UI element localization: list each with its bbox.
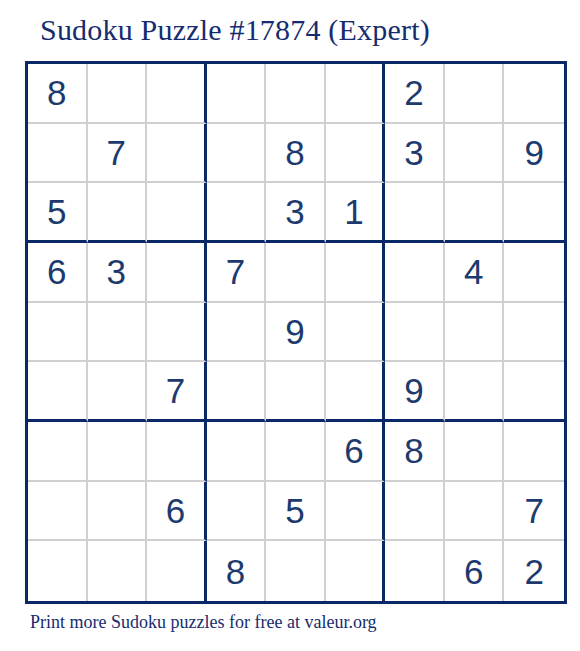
cell-r5c3 xyxy=(147,303,207,363)
cell-r6c6 xyxy=(326,362,386,422)
cell-r5c8 xyxy=(445,303,505,363)
cell-r5c2 xyxy=(88,303,148,363)
cell-r7c3 xyxy=(147,422,207,482)
cell-r9c9: 2 xyxy=(504,541,564,601)
cell-r1c4 xyxy=(207,64,267,124)
cell-r5c9 xyxy=(504,303,564,363)
cell-r9c5 xyxy=(266,541,326,601)
cell-r3c7 xyxy=(385,183,445,243)
cell-r7c9 xyxy=(504,422,564,482)
cell-r4c7 xyxy=(385,243,445,303)
footer-text: Print more Sudoku puzzles for free at va… xyxy=(30,612,377,633)
cell-r5c4 xyxy=(207,303,267,363)
cell-r1c2 xyxy=(88,64,148,124)
cell-r8c1 xyxy=(28,482,88,542)
cell-r6c7: 9 xyxy=(385,362,445,422)
puzzle-title: Sudoku Puzzle #17874 (Expert) xyxy=(40,13,430,47)
cell-r9c4: 8 xyxy=(207,541,267,601)
cell-r2c2: 7 xyxy=(88,124,148,184)
cell-r8c6 xyxy=(326,482,386,542)
cell-r6c1 xyxy=(28,362,88,422)
cell-r7c2 xyxy=(88,422,148,482)
cell-r8c8 xyxy=(445,482,505,542)
cell-r7c7: 8 xyxy=(385,422,445,482)
cell-r2c3 xyxy=(147,124,207,184)
cell-r2c9: 9 xyxy=(504,124,564,184)
cell-r5c1 xyxy=(28,303,88,363)
cell-r9c8: 6 xyxy=(445,541,505,601)
cell-r3c4 xyxy=(207,183,267,243)
cell-r4c3 xyxy=(147,243,207,303)
cell-r9c2 xyxy=(88,541,148,601)
cell-r6c4 xyxy=(207,362,267,422)
cell-r1c8 xyxy=(445,64,505,124)
cell-r4c5 xyxy=(266,243,326,303)
cell-r7c8 xyxy=(445,422,505,482)
cell-r9c6 xyxy=(326,541,386,601)
cell-r4c8: 4 xyxy=(445,243,505,303)
cell-r2c8 xyxy=(445,124,505,184)
cell-r6c2 xyxy=(88,362,148,422)
cell-r3c9 xyxy=(504,183,564,243)
cell-r5c6 xyxy=(326,303,386,363)
cell-r3c1: 5 xyxy=(28,183,88,243)
cell-r7c4 xyxy=(207,422,267,482)
cell-r3c2 xyxy=(88,183,148,243)
cell-r1c9 xyxy=(504,64,564,124)
cell-r5c5: 9 xyxy=(266,303,326,363)
cell-r1c7: 2 xyxy=(385,64,445,124)
cell-r1c1: 8 xyxy=(28,64,88,124)
cell-r8c5: 5 xyxy=(266,482,326,542)
cell-r2c4 xyxy=(207,124,267,184)
cell-r5c7 xyxy=(385,303,445,363)
cell-r7c6: 6 xyxy=(326,422,386,482)
cell-r2c6 xyxy=(326,124,386,184)
cell-r3c3 xyxy=(147,183,207,243)
cell-r6c5 xyxy=(266,362,326,422)
cell-r7c1 xyxy=(28,422,88,482)
cell-r2c5: 8 xyxy=(266,124,326,184)
cell-r3c8 xyxy=(445,183,505,243)
cell-r6c9 xyxy=(504,362,564,422)
cell-r6c8 xyxy=(445,362,505,422)
cell-r9c7 xyxy=(385,541,445,601)
cell-r9c3 xyxy=(147,541,207,601)
cell-r1c6 xyxy=(326,64,386,124)
cell-r8c9: 7 xyxy=(504,482,564,542)
cell-r1c3 xyxy=(147,64,207,124)
cell-r2c1 xyxy=(28,124,88,184)
page: Sudoku Puzzle #17874 (Expert) 8278395316… xyxy=(0,0,580,651)
cell-r3c6: 1 xyxy=(326,183,386,243)
cell-r4c4: 7 xyxy=(207,243,267,303)
cell-r6c3: 7 xyxy=(147,362,207,422)
cell-r8c3: 6 xyxy=(147,482,207,542)
cell-r8c2 xyxy=(88,482,148,542)
cell-r8c4 xyxy=(207,482,267,542)
cell-r1c5 xyxy=(266,64,326,124)
cell-r2c7: 3 xyxy=(385,124,445,184)
cell-r4c1: 6 xyxy=(28,243,88,303)
sudoku-board: 827839531637497968657862 xyxy=(25,61,567,604)
cell-r4c9 xyxy=(504,243,564,303)
cell-r4c2: 3 xyxy=(88,243,148,303)
cell-r3c5: 3 xyxy=(266,183,326,243)
cell-r8c7 xyxy=(385,482,445,542)
cell-r4c6 xyxy=(326,243,386,303)
cell-r7c5 xyxy=(266,422,326,482)
cell-r9c1 xyxy=(28,541,88,601)
